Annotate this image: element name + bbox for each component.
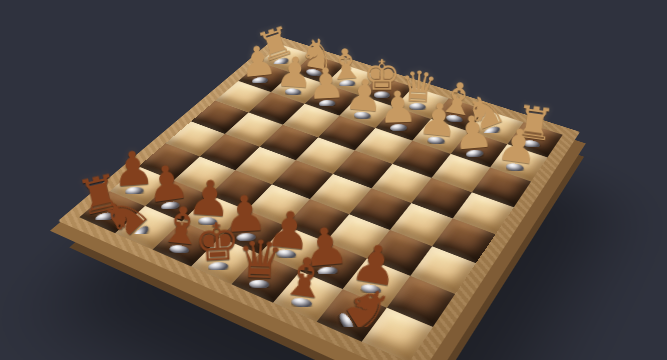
metal-base-icon <box>390 124 407 132</box>
photo-scene: ♜♞♝♚♛♝♞♜♟♟♟♟♟♟♟♟♟♟♟♟♟♟♟♜♞♝♚♛♝♞ <box>0 0 667 360</box>
piece-black-queen-d8[interactable]: ♛ <box>234 284 284 286</box>
piece-white-pawn-f2[interactable]: ♟ <box>307 103 347 105</box>
piece-black-bishop-c8[interactable]: ♝ <box>277 300 327 307</box>
pawn-icon: ♟ <box>376 84 419 129</box>
square-a2[interactable]: ♟ <box>490 144 547 181</box>
piece-white-pawn-a2[interactable]: ♟ <box>493 165 536 171</box>
pawn-icon: ♟ <box>305 61 347 105</box>
piece-white-pawn-b2[interactable]: ♟ <box>454 153 497 157</box>
piece-white-pawn-d2[interactable]: ♟ <box>378 128 420 129</box>
piece-black-knight-g8[interactable]: ♞ <box>124 218 159 250</box>
metal-base-icon <box>208 261 228 271</box>
chess-board: ♜♞♝♚♛♝♞♜♟♟♟♟♟♟♟♟♟♟♟♟♟♟♟♜♞♝♚♛♝♞ <box>58 36 580 360</box>
metal-base-icon <box>466 149 484 158</box>
metal-base-icon <box>249 279 270 289</box>
metal-base-icon <box>252 76 269 85</box>
board-frame: ♜♞♝♚♛♝♞♜♟♟♟♟♟♟♟♟♟♟♟♟♟♟♟♜♞♝♚♛♝♞ <box>58 36 580 360</box>
metal-base-icon <box>319 99 336 107</box>
piece-black-knight-b8[interactable]: ♞ <box>332 301 360 345</box>
